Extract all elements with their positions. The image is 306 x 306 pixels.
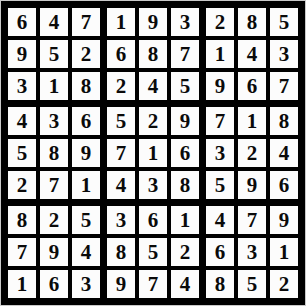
sudoku-cell-r1c4[interactable]: 1 — [107, 8, 135, 36]
sudoku-box-7: 361852974 — [107, 206, 199, 298]
sudoku-cell-r5c6[interactable]: 6 — [171, 139, 199, 167]
sudoku-cell-r2c4[interactable]: 6 — [107, 40, 135, 68]
sudoku-cell-r4c9[interactable]: 8 — [270, 107, 298, 135]
sudoku-cell-r2c1[interactable]: 9 — [8, 40, 36, 68]
sudoku-box-5: 718324596 — [206, 107, 298, 199]
sudoku-cell-r2c3[interactable]: 2 — [72, 40, 100, 68]
sudoku-cell-r3c6[interactable]: 5 — [171, 72, 199, 100]
sudoku-cell-r7c9[interactable]: 9 — [270, 206, 298, 234]
sudoku-cell-r9c8[interactable]: 5 — [238, 270, 266, 298]
sudoku-cell-r4c2[interactable]: 3 — [40, 107, 68, 135]
sudoku-cell-r3c3[interactable]: 8 — [72, 72, 100, 100]
sudoku-cell-r5c4[interactable]: 7 — [107, 139, 135, 167]
sudoku-cell-r1c2[interactable]: 4 — [40, 8, 68, 36]
sudoku-cell-r4c1[interactable]: 4 — [8, 107, 36, 135]
sudoku-cell-r8c7[interactable]: 6 — [206, 238, 234, 266]
sudoku-cell-r2c2[interactable]: 5 — [40, 40, 68, 68]
sudoku-cell-r4c3[interactable]: 6 — [72, 107, 100, 135]
sudoku-board: 6479523181936872452851439674365892715297… — [0, 0, 306, 306]
sudoku-cell-r1c6[interactable]: 3 — [171, 8, 199, 36]
sudoku-cell-r7c4[interactable]: 3 — [107, 206, 135, 234]
sudoku-cell-r4c8[interactable]: 1 — [238, 107, 266, 135]
sudoku-cell-r1c3[interactable]: 7 — [72, 8, 100, 36]
sudoku-cell-r1c7[interactable]: 2 — [206, 8, 234, 36]
sudoku-cell-r5c2[interactable]: 8 — [40, 139, 68, 167]
sudoku-cell-r2c7[interactable]: 1 — [206, 40, 234, 68]
sudoku-cell-r7c3[interactable]: 5 — [72, 206, 100, 234]
sudoku-cell-r4c7[interactable]: 7 — [206, 107, 234, 135]
sudoku-box-8: 479631852 — [206, 206, 298, 298]
sudoku-cell-r3c7[interactable]: 9 — [206, 72, 234, 100]
sudoku-cell-r7c5[interactable]: 6 — [139, 206, 167, 234]
sudoku-cell-r2c5[interactable]: 8 — [139, 40, 167, 68]
sudoku-cell-r7c7[interactable]: 4 — [206, 206, 234, 234]
sudoku-cell-r8c2[interactable]: 9 — [40, 238, 68, 266]
sudoku-cell-r9c3[interactable]: 3 — [72, 270, 100, 298]
sudoku-cell-r7c8[interactable]: 7 — [238, 206, 266, 234]
sudoku-cell-r5c5[interactable]: 1 — [139, 139, 167, 167]
sudoku-cell-r5c7[interactable]: 3 — [206, 139, 234, 167]
sudoku-cell-r6c2[interactable]: 7 — [40, 171, 68, 199]
sudoku-cell-r3c9[interactable]: 7 — [270, 72, 298, 100]
sudoku-cell-r8c3[interactable]: 4 — [72, 238, 100, 266]
sudoku-cell-r2c6[interactable]: 7 — [171, 40, 199, 68]
sudoku-cell-r9c9[interactable]: 2 — [270, 270, 298, 298]
sudoku-cell-r6c3[interactable]: 1 — [72, 171, 100, 199]
sudoku-cell-r5c1[interactable]: 5 — [8, 139, 36, 167]
sudoku-cell-r7c2[interactable]: 2 — [40, 206, 68, 234]
sudoku-cell-r6c9[interactable]: 6 — [270, 171, 298, 199]
sudoku-cell-r6c6[interactable]: 8 — [171, 171, 199, 199]
sudoku-cell-r1c1[interactable]: 6 — [8, 8, 36, 36]
sudoku-box-3: 436589271 — [8, 107, 100, 199]
sudoku-box-6: 825794163 — [8, 206, 100, 298]
sudoku-cell-r4c4[interactable]: 5 — [107, 107, 135, 135]
sudoku-cell-r9c7[interactable]: 8 — [206, 270, 234, 298]
sudoku-cell-r2c9[interactable]: 3 — [270, 40, 298, 68]
sudoku-cell-r4c6[interactable]: 9 — [171, 107, 199, 135]
sudoku-cell-r1c9[interactable]: 5 — [270, 8, 298, 36]
sudoku-cell-r1c8[interactable]: 8 — [238, 8, 266, 36]
sudoku-cell-r5c8[interactable]: 2 — [238, 139, 266, 167]
sudoku-cell-r3c4[interactable]: 2 — [107, 72, 135, 100]
sudoku-cell-r4c5[interactable]: 2 — [139, 107, 167, 135]
sudoku-box-4: 529716438 — [107, 107, 199, 199]
sudoku-cell-r5c9[interactable]: 4 — [270, 139, 298, 167]
sudoku-cell-r6c4[interactable]: 4 — [107, 171, 135, 199]
sudoku-cell-r8c6[interactable]: 2 — [171, 238, 199, 266]
sudoku-cell-r8c9[interactable]: 1 — [270, 238, 298, 266]
sudoku-cell-r7c1[interactable]: 8 — [8, 206, 36, 234]
sudoku-cell-r2c8[interactable]: 4 — [238, 40, 266, 68]
sudoku-box-2: 285143967 — [206, 8, 298, 100]
sudoku-cell-r8c4[interactable]: 8 — [107, 238, 135, 266]
sudoku-cell-r8c1[interactable]: 7 — [8, 238, 36, 266]
sudoku-cell-r7c6[interactable]: 1 — [171, 206, 199, 234]
sudoku-cell-r3c2[interactable]: 1 — [40, 72, 68, 100]
sudoku-box-0: 647952318 — [8, 8, 100, 100]
sudoku-cell-r5c3[interactable]: 9 — [72, 139, 100, 167]
sudoku-cell-r3c5[interactable]: 4 — [139, 72, 167, 100]
sudoku-cell-r9c1[interactable]: 1 — [8, 270, 36, 298]
sudoku-box-1: 193687245 — [107, 8, 199, 100]
sudoku-cell-r9c5[interactable]: 7 — [139, 270, 167, 298]
sudoku-cell-r9c2[interactable]: 6 — [40, 270, 68, 298]
sudoku-cell-r6c8[interactable]: 9 — [238, 171, 266, 199]
sudoku-cell-r6c5[interactable]: 3 — [139, 171, 167, 199]
sudoku-cell-r1c5[interactable]: 9 — [139, 8, 167, 36]
sudoku-cell-r3c1[interactable]: 3 — [8, 72, 36, 100]
sudoku-cell-r6c1[interactable]: 2 — [8, 171, 36, 199]
sudoku-cell-r8c8[interactable]: 3 — [238, 238, 266, 266]
sudoku-cell-r9c6[interactable]: 4 — [171, 270, 199, 298]
sudoku-cell-r8c5[interactable]: 5 — [139, 238, 167, 266]
sudoku-cell-r9c4[interactable]: 9 — [107, 270, 135, 298]
sudoku-cell-r3c8[interactable]: 6 — [238, 72, 266, 100]
sudoku-cell-r6c7[interactable]: 5 — [206, 171, 234, 199]
